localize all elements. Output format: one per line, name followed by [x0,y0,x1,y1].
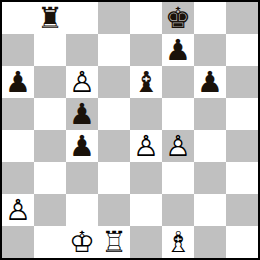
white-pawn: ♙ [66,66,98,98]
square-d7[interactable] [98,34,130,66]
square-c8[interactable] [66,2,98,34]
square-c2[interactable] [66,194,98,226]
square-g1[interactable] [194,226,226,258]
white-pawn-fill: ♟ [66,66,98,98]
white-pawn: ♙ [162,130,194,162]
white-rook: ♖ [98,226,130,258]
square-b1[interactable] [34,226,66,258]
square-d4[interactable] [98,130,130,162]
square-a6[interactable]: ♟ [2,66,34,98]
square-a8[interactable] [2,2,34,34]
square-c5[interactable]: ♟ [66,98,98,130]
white-bishop-fill: ♝ [162,226,194,258]
square-b8[interactable]: ♜ [34,2,66,34]
black-pawn: ♟ [162,34,194,66]
square-c6[interactable]: ♟♙ [66,66,98,98]
square-a1[interactable] [2,226,34,258]
square-f4[interactable]: ♟♙ [162,130,194,162]
square-b5[interactable] [34,98,66,130]
square-d1[interactable]: ♜♖ [98,226,130,258]
square-c1[interactable]: ♚♔ [66,226,98,258]
square-h1[interactable] [226,226,258,258]
white-pawn: ♙ [2,194,34,226]
square-e1[interactable] [130,226,162,258]
black-bishop: ♝ [130,66,162,98]
square-h2[interactable] [226,194,258,226]
square-h3[interactable] [226,162,258,194]
square-a7[interactable] [2,34,34,66]
square-a5[interactable] [2,98,34,130]
square-a4[interactable] [2,130,34,162]
square-d5[interactable] [98,98,130,130]
square-e2[interactable] [130,194,162,226]
square-d2[interactable] [98,194,130,226]
square-a3[interactable] [2,162,34,194]
square-f7[interactable]: ♟ [162,34,194,66]
square-g8[interactable] [194,2,226,34]
square-f6[interactable] [162,66,194,98]
square-f3[interactable] [162,162,194,194]
white-pawn-fill: ♟ [130,130,162,162]
square-f2[interactable] [162,194,194,226]
square-h5[interactable] [226,98,258,130]
square-h6[interactable] [226,66,258,98]
black-pawn: ♟ [66,98,98,130]
square-g2[interactable] [194,194,226,226]
square-b6[interactable] [34,66,66,98]
white-rook-fill: ♜ [98,226,130,258]
board-frame: ♜♚♟♟♟♙♝♟♟♟♟♙♟♙♟♙♚♔♜♖♝♗ [0,0,260,260]
square-f1[interactable]: ♝♗ [162,226,194,258]
square-e3[interactable] [130,162,162,194]
square-d8[interactable] [98,2,130,34]
white-king: ♔ [66,226,98,258]
square-e4[interactable]: ♟♙ [130,130,162,162]
white-king-fill: ♚ [66,226,98,258]
square-f8[interactable]: ♚ [162,2,194,34]
square-c4[interactable]: ♟ [66,130,98,162]
square-g4[interactable] [194,130,226,162]
square-b2[interactable] [34,194,66,226]
square-e5[interactable] [130,98,162,130]
square-g6[interactable]: ♟ [194,66,226,98]
square-g5[interactable] [194,98,226,130]
square-d6[interactable] [98,66,130,98]
square-d3[interactable] [98,162,130,194]
black-pawn: ♟ [2,66,34,98]
black-pawn: ♟ [194,66,226,98]
square-e7[interactable] [130,34,162,66]
black-rook: ♜ [34,2,66,34]
square-g3[interactable] [194,162,226,194]
square-c3[interactable] [66,162,98,194]
white-pawn-fill: ♟ [2,194,34,226]
square-b3[interactable] [34,162,66,194]
white-bishop: ♗ [162,226,194,258]
square-c7[interactable] [66,34,98,66]
white-pawn: ♙ [130,130,162,162]
black-king: ♚ [162,2,194,34]
square-g7[interactable] [194,34,226,66]
black-pawn: ♟ [66,130,98,162]
square-e6[interactable]: ♝ [130,66,162,98]
square-f5[interactable] [162,98,194,130]
square-b7[interactable] [34,34,66,66]
chess-board: ♜♚♟♟♟♙♝♟♟♟♟♙♟♙♟♙♚♔♜♖♝♗ [2,2,258,258]
square-h4[interactable] [226,130,258,162]
square-b4[interactable] [34,130,66,162]
white-pawn-fill: ♟ [162,130,194,162]
square-h8[interactable] [226,2,258,34]
square-h7[interactable] [226,34,258,66]
square-e8[interactable] [130,2,162,34]
square-a2[interactable]: ♟♙ [2,194,34,226]
